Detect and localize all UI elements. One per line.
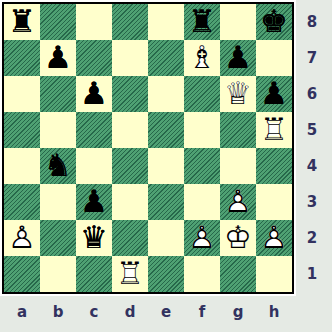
white-pawn-h2: ♟♙ xyxy=(256,220,292,256)
square-e3[interactable] xyxy=(148,184,184,220)
square-h6[interactable]: ♟♟ xyxy=(256,76,292,112)
square-e1[interactable] xyxy=(148,256,184,292)
file-label-c: c xyxy=(76,296,112,328)
file-label-d: d xyxy=(112,296,148,328)
square-a4[interactable] xyxy=(4,148,40,184)
square-e8[interactable] xyxy=(148,4,184,40)
square-a2[interactable]: ♟♙ xyxy=(4,220,40,256)
square-e4[interactable] xyxy=(148,148,184,184)
file-label-e: e xyxy=(148,296,184,328)
square-c2[interactable]: ♛♛ xyxy=(76,220,112,256)
black-king-h8: ♚♚ xyxy=(256,4,292,40)
chess-board: ♜♜♜♜♚♚♟♟♝♗♟♟♟♟♛♕♟♟♜♖♞♞♟♟♟♙♟♙♛♛♟♙♚♔♟♙♜♖ xyxy=(4,4,292,292)
square-f3[interactable] xyxy=(184,184,220,220)
square-h2[interactable]: ♟♙ xyxy=(256,220,292,256)
square-e7[interactable] xyxy=(148,40,184,76)
file-label-g: g xyxy=(220,296,256,328)
square-b6[interactable] xyxy=(40,76,76,112)
square-b3[interactable] xyxy=(40,184,76,220)
square-d5[interactable] xyxy=(112,112,148,148)
rank-label-2: 2 xyxy=(296,220,328,256)
square-f4[interactable] xyxy=(184,148,220,184)
black-pawn-c3: ♟♟ xyxy=(76,184,112,220)
square-e5[interactable] xyxy=(148,112,184,148)
square-g1[interactable] xyxy=(220,256,256,292)
square-c6[interactable]: ♟♟ xyxy=(76,76,112,112)
square-c8[interactable] xyxy=(76,4,112,40)
board-frame: ♜♜♜♜♚♚♟♟♝♗♟♟♟♟♛♕♟♟♜♖♞♞♟♟♟♙♟♙♛♛♟♙♚♔♟♙♜♖ xyxy=(2,2,294,294)
square-g5[interactable] xyxy=(220,112,256,148)
white-pawn-a2: ♟♙ xyxy=(4,220,40,256)
square-d8[interactable] xyxy=(112,4,148,40)
square-c1[interactable] xyxy=(76,256,112,292)
square-c4[interactable] xyxy=(76,148,112,184)
square-b8[interactable] xyxy=(40,4,76,40)
square-b4[interactable]: ♞♞ xyxy=(40,148,76,184)
white-queen-g6: ♛♕ xyxy=(220,76,256,112)
white-king-g2: ♚♔ xyxy=(220,220,256,256)
square-g4[interactable] xyxy=(220,148,256,184)
square-f8[interactable]: ♜♜ xyxy=(184,4,220,40)
square-d3[interactable] xyxy=(112,184,148,220)
file-label-f: f xyxy=(184,296,220,328)
square-h5[interactable]: ♜♖ xyxy=(256,112,292,148)
square-a6[interactable] xyxy=(4,76,40,112)
square-d1[interactable]: ♜♖ xyxy=(112,256,148,292)
rank-labels: 87654321 xyxy=(296,4,328,292)
square-c5[interactable] xyxy=(76,112,112,148)
rank-label-4: 4 xyxy=(296,148,328,184)
square-g6[interactable]: ♛♕ xyxy=(220,76,256,112)
square-b7[interactable]: ♟♟ xyxy=(40,40,76,76)
white-bishop-f7: ♝♗ xyxy=(184,40,220,76)
rank-label-5: 5 xyxy=(296,112,328,148)
square-g7[interactable]: ♟♟ xyxy=(220,40,256,76)
square-g2[interactable]: ♚♔ xyxy=(220,220,256,256)
black-knight-b4: ♞♞ xyxy=(40,148,76,184)
square-e6[interactable] xyxy=(148,76,184,112)
rank-label-3: 3 xyxy=(296,184,328,220)
square-d7[interactable] xyxy=(112,40,148,76)
square-h1[interactable] xyxy=(256,256,292,292)
square-h3[interactable] xyxy=(256,184,292,220)
square-h8[interactable]: ♚♚ xyxy=(256,4,292,40)
square-f2[interactable]: ♟♙ xyxy=(184,220,220,256)
square-e2[interactable] xyxy=(148,220,184,256)
white-pawn-f2: ♟♙ xyxy=(184,220,220,256)
square-a3[interactable] xyxy=(4,184,40,220)
square-a8[interactable]: ♜♜ xyxy=(4,4,40,40)
square-h7[interactable] xyxy=(256,40,292,76)
file-label-a: a xyxy=(4,296,40,328)
square-a7[interactable] xyxy=(4,40,40,76)
black-pawn-g7: ♟♟ xyxy=(220,40,256,76)
rank-label-1: 1 xyxy=(296,256,328,292)
square-a5[interactable] xyxy=(4,112,40,148)
black-rook-f8: ♜♜ xyxy=(184,4,220,40)
square-f1[interactable] xyxy=(184,256,220,292)
file-label-h: h xyxy=(256,296,292,328)
black-pawn-c6: ♟♟ xyxy=(76,76,112,112)
square-b2[interactable] xyxy=(40,220,76,256)
rank-label-7: 7 xyxy=(296,40,328,76)
black-pawn-h6: ♟♟ xyxy=(256,76,292,112)
square-g3[interactable]: ♟♙ xyxy=(220,184,256,220)
black-rook-a8: ♜♜ xyxy=(4,4,40,40)
square-f7[interactable]: ♝♗ xyxy=(184,40,220,76)
square-b1[interactable] xyxy=(40,256,76,292)
white-rook-d1: ♜♖ xyxy=(112,256,148,292)
square-c3[interactable]: ♟♟ xyxy=(76,184,112,220)
file-label-b: b xyxy=(40,296,76,328)
white-pawn-g3: ♟♙ xyxy=(220,184,256,220)
chess-diagram: ♜♜♜♜♚♚♟♟♝♗♟♟♟♟♛♕♟♟♜♖♞♞♟♟♟♙♟♙♛♛♟♙♚♔♟♙♜♖ 8… xyxy=(0,0,332,332)
square-f6[interactable] xyxy=(184,76,220,112)
square-d6[interactable] xyxy=(112,76,148,112)
rank-label-6: 6 xyxy=(296,76,328,112)
file-labels: abcdefgh xyxy=(4,296,292,328)
black-pawn-b7: ♟♟ xyxy=(40,40,76,76)
square-c7[interactable] xyxy=(76,40,112,76)
square-a1[interactable] xyxy=(4,256,40,292)
rank-label-8: 8 xyxy=(296,4,328,40)
square-d4[interactable] xyxy=(112,148,148,184)
square-h4[interactable] xyxy=(256,148,292,184)
square-b5[interactable] xyxy=(40,112,76,148)
square-g8[interactable] xyxy=(220,4,256,40)
square-f5[interactable] xyxy=(184,112,220,148)
white-rook-h5: ♜♖ xyxy=(256,112,292,148)
square-d2[interactable] xyxy=(112,220,148,256)
black-queen-c2: ♛♛ xyxy=(76,220,112,256)
